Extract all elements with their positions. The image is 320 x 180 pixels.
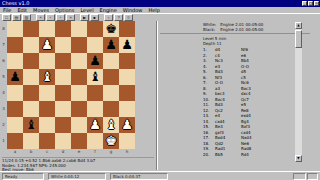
hint-button[interactable]: ? [114,14,123,21]
file-label-f: f [87,149,103,154]
move-list-scrollbar[interactable]: ▲ ▼ [295,22,302,162]
stop-button[interactable]: ■ [90,14,99,21]
square-b5[interactable] [23,69,39,85]
square-e5[interactable] [71,69,87,85]
square-e1[interactable] [71,133,87,149]
square-f5[interactable]: ♝ [87,69,103,85]
square-g6[interactable] [103,53,119,69]
square-a4[interactable] [7,85,23,101]
file-label-a: a [7,149,23,154]
square-h2[interactable]: ♟ [119,117,135,133]
square-a7[interactable] [7,37,23,53]
toolbar: □▤▥«‹›»▶■↕?≡ [0,13,320,21]
square-f1[interactable] [87,133,103,149]
black-player-row: Black: Engine 2.01 00:05:00 [203,27,263,32]
square-a2[interactable] [7,117,23,133]
square-d6[interactable] [55,53,71,69]
board: ♚♟♟♟♟♟♝♝♝♟♝♟♚ [7,21,135,149]
status-black-clock: Black 0:04:37 [110,173,168,180]
square-g3[interactable] [103,101,119,117]
square-c8[interactable] [39,21,55,37]
next-move-button[interactable]: › [56,14,65,21]
close-icon[interactable]: × [314,1,319,6]
square-e4[interactable] [71,85,87,101]
square-c2[interactable] [39,117,55,133]
square-d3[interactable] [55,101,71,117]
square-a8[interactable] [7,21,23,37]
scrollbar-thumb[interactable] [295,30,302,48]
square-h6[interactable] [119,53,135,69]
white-pawn-h2[interactable]: ♟ [119,117,135,133]
file-label-e: e [71,149,87,154]
square-a1[interactable] [7,133,23,149]
square-f4[interactable] [87,85,103,101]
square-h3[interactable] [119,101,135,117]
square-b2[interactable]: ♝ [23,117,39,133]
square-a3[interactable] [7,101,23,117]
square-e8[interactable] [71,21,87,37]
status-white-clock: White 0:04:12 [48,173,106,180]
square-d1[interactable] [55,133,71,149]
square-h5[interactable] [119,69,135,85]
open-game-button[interactable]: ▤ [12,14,21,21]
window-controls: _□× [302,1,319,6]
rank-label-2: 2 [0,117,7,133]
white-king-g1[interactable]: ♚ [103,133,119,149]
play-button[interactable]: ▶ [80,14,89,21]
square-d5[interactable] [55,69,71,85]
square-g5[interactable] [103,69,119,85]
square-h1[interactable] [119,133,135,149]
chess-app-window: Chess v1.0 _□× FileEditMovesOptionsLevel… [0,0,320,180]
square-g2[interactable]: ♝ [103,117,119,133]
square-g4[interactable] [103,85,119,101]
black-pawn-g7[interactable]: ♟ [103,37,119,53]
square-g1[interactable]: ♚ [103,133,119,149]
game-info: Level 5 min Depth 11 [203,36,226,46]
maximize-icon[interactable]: □ [308,1,313,6]
rank-label-8: 8 [0,21,7,37]
square-c3[interactable] [39,101,55,117]
square-b8[interactable] [23,21,39,37]
status-bar: Ready White 0:04:12 Black 0:04:37 [0,171,320,180]
black-king-g8[interactable]: ♚ [103,21,119,37]
rank-label-5: 5 [0,69,7,85]
square-e3[interactable] [71,101,87,117]
last-move-button[interactable]: » [66,14,75,21]
file-labels: abcdefgh [7,149,135,154]
square-e7[interactable] [71,37,87,53]
game-header: White: Engine 2.01 00:05:00 Black: Engin… [203,22,263,32]
status-panel-1 [293,173,306,180]
rank-label-1: 1 [0,133,7,149]
rank-labels: 87654321 [0,21,7,149]
square-h8[interactable] [119,21,135,37]
square-b7[interactable] [23,37,39,53]
square-e2[interactable] [71,117,87,133]
black-move[interactable]: Rd4 [241,152,267,158]
square-h4[interactable] [119,85,135,101]
square-d8[interactable] [55,21,71,37]
square-d4[interactable] [55,85,71,101]
file-label-h: h [119,149,135,154]
square-f3[interactable] [87,101,103,117]
square-a5[interactable]: ♟ [7,69,23,85]
title-bar[interactable]: Chess v1.0 _□× [0,0,320,7]
move-row-20[interactable]: 20.Bb5Rd4 [203,152,291,158]
status-ready: Ready [2,173,44,180]
black-bishop-b2[interactable]: ♝ [23,117,39,133]
square-c1[interactable] [39,133,55,149]
toolbar-separator [76,14,79,21]
square-d7[interactable] [55,37,71,53]
new-game-button[interactable]: □ [2,14,11,21]
toolbar-separator [32,14,35,21]
file-label-b: b [23,149,39,154]
white-pawn-c7[interactable]: ♟ [39,37,55,53]
white-bishop-g2[interactable]: ♝ [103,117,119,133]
toolbar-separator [100,14,103,21]
black-pawn-h7[interactable]: ♟ [119,37,135,53]
file-label-d: d [55,149,71,154]
square-g8[interactable]: ♚ [103,21,119,37]
save-game-button[interactable]: ▥ [22,14,31,21]
prev-move-button[interactable]: ‹ [46,14,55,21]
square-c7[interactable]: ♟ [39,37,55,53]
file-label-g: g [103,149,119,154]
square-b1[interactable] [23,133,39,149]
scroll-up-icon[interactable]: ▲ [295,22,302,29]
rank-label-6: 6 [0,53,7,69]
scroll-down-icon[interactable]: ▼ [295,155,302,162]
square-e6[interactable] [71,53,87,69]
minimize-icon[interactable]: _ [302,1,307,6]
move-list: 1.d4Nf62.c4e63.Nc3Bb44.e3O-O5.Bd3d56.Nf3… [203,47,291,157]
black-bishop-f5[interactable]: ♝ [87,69,103,85]
square-b6[interactable] [23,53,39,69]
square-f2[interactable]: ♟ [87,117,103,133]
square-f6[interactable]: ♟ [87,53,103,69]
square-h7[interactable]: ♟ [119,37,135,53]
header-divider [160,33,310,34]
white-move[interactable]: Bb5 [215,152,241,158]
black-player-value: Engine 2.01 00:05:00 [220,27,263,32]
rank-label-7: 7 [0,37,7,53]
black-label: Black: [203,27,219,32]
file-label-c: c [39,149,55,154]
square-d2[interactable] [55,117,71,133]
status-panel-2 [307,173,318,180]
square-c5[interactable]: ♝ [39,69,55,85]
square-f8[interactable] [87,21,103,37]
depth-info: Depth 11 [203,41,226,46]
black-pawn-a5[interactable]: ♟ [7,69,23,85]
rank-label-4: 4 [0,85,7,101]
white-pawn-f2[interactable]: ♟ [87,117,103,133]
window-title: Chess v1.0 [2,0,29,6]
square-b3[interactable] [23,101,39,117]
engine-settings-button[interactable]: ≡ [124,14,133,21]
white-bishop-c5[interactable]: ♝ [39,69,55,85]
move-number: 20. [203,152,215,158]
square-f7[interactable] [87,37,103,53]
square-b4[interactable] [23,85,39,101]
square-c6[interactable] [39,53,55,69]
square-g7[interactable]: ♟ [103,37,119,53]
square-c4[interactable] [39,85,55,101]
black-pawn-f6[interactable]: ♟ [87,53,103,69]
square-a6[interactable] [7,53,23,69]
rank-label-3: 3 [0,101,7,117]
flip-board-button[interactable]: ↕ [104,14,113,21]
first-move-button[interactable]: « [36,14,45,21]
panel-divider-highlight [157,21,158,170]
